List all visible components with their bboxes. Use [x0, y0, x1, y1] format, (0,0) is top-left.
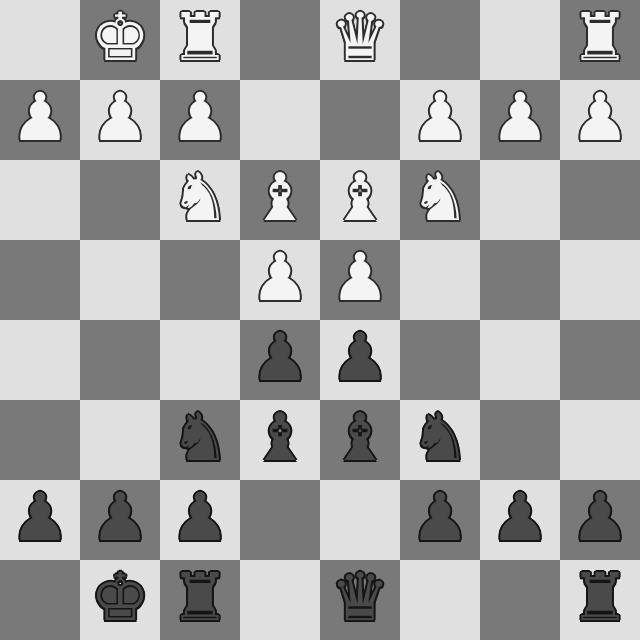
square-c7[interactable]: ♟	[400, 480, 480, 560]
square-d7[interactable]	[320, 480, 400, 560]
square-g6[interactable]	[80, 400, 160, 480]
square-b3[interactable]	[480, 160, 560, 240]
white-pawn[interactable]: ♟	[90, 85, 149, 151]
square-e8[interactable]	[240, 560, 320, 640]
black-rook[interactable]: ♜	[570, 565, 629, 631]
square-g5[interactable]	[80, 320, 160, 400]
square-d3[interactable]: ♝	[320, 160, 400, 240]
square-h7[interactable]: ♟	[0, 480, 80, 560]
square-h4[interactable]	[0, 240, 80, 320]
square-f2[interactable]: ♟	[160, 80, 240, 160]
square-d5[interactable]: ♟	[320, 320, 400, 400]
square-a4[interactable]	[560, 240, 640, 320]
white-pawn[interactable]: ♟	[330, 245, 389, 311]
white-bishop[interactable]: ♝	[330, 165, 389, 231]
square-d8[interactable]: ♛	[320, 560, 400, 640]
black-pawn[interactable]: ♟	[570, 485, 629, 551]
white-king[interactable]: ♚	[90, 5, 149, 71]
square-h2[interactable]: ♟	[0, 80, 80, 160]
square-d6[interactable]: ♝	[320, 400, 400, 480]
square-f1[interactable]: ♜	[160, 0, 240, 80]
square-g1[interactable]: ♚	[80, 0, 160, 80]
square-g7[interactable]: ♟	[80, 480, 160, 560]
square-c5[interactable]	[400, 320, 480, 400]
square-e6[interactable]: ♝	[240, 400, 320, 480]
square-h3[interactable]	[0, 160, 80, 240]
square-e5[interactable]: ♟	[240, 320, 320, 400]
square-e3[interactable]: ♝	[240, 160, 320, 240]
square-c2[interactable]: ♟	[400, 80, 480, 160]
square-h1[interactable]	[0, 0, 80, 80]
square-g4[interactable]	[80, 240, 160, 320]
black-pawn[interactable]: ♟	[330, 325, 389, 391]
square-c3[interactable]: ♞	[400, 160, 480, 240]
square-g8[interactable]: ♚	[80, 560, 160, 640]
square-b1[interactable]	[480, 0, 560, 80]
black-knight[interactable]: ♞	[410, 405, 469, 471]
square-d4[interactable]: ♟	[320, 240, 400, 320]
square-a6[interactable]	[560, 400, 640, 480]
black-bishop[interactable]: ♝	[250, 405, 309, 471]
white-pawn[interactable]: ♟	[410, 85, 469, 151]
square-a3[interactable]	[560, 160, 640, 240]
white-knight[interactable]: ♞	[410, 165, 469, 231]
white-rook[interactable]: ♜	[170, 5, 229, 71]
black-king[interactable]: ♚	[90, 565, 149, 631]
white-knight[interactable]: ♞	[170, 165, 229, 231]
white-pawn[interactable]: ♟	[490, 85, 549, 151]
square-c4[interactable]	[400, 240, 480, 320]
square-g2[interactable]: ♟	[80, 80, 160, 160]
black-pawn[interactable]: ♟	[170, 485, 229, 551]
square-d2[interactable]	[320, 80, 400, 160]
black-rook[interactable]: ♜	[170, 565, 229, 631]
square-e4[interactable]: ♟	[240, 240, 320, 320]
square-a1[interactable]: ♜	[560, 0, 640, 80]
black-pawn[interactable]: ♟	[490, 485, 549, 551]
white-pawn[interactable]: ♟	[170, 85, 229, 151]
square-a7[interactable]: ♟	[560, 480, 640, 560]
black-pawn[interactable]: ♟	[90, 485, 149, 551]
square-f6[interactable]: ♞	[160, 400, 240, 480]
white-pawn[interactable]: ♟	[250, 245, 309, 311]
square-e1[interactable]	[240, 0, 320, 80]
square-e2[interactable]	[240, 80, 320, 160]
black-pawn[interactable]: ♟	[250, 325, 309, 391]
square-b8[interactable]	[480, 560, 560, 640]
square-h5[interactable]	[0, 320, 80, 400]
square-f7[interactable]: ♟	[160, 480, 240, 560]
square-g3[interactable]	[80, 160, 160, 240]
square-c6[interactable]: ♞	[400, 400, 480, 480]
square-e7[interactable]	[240, 480, 320, 560]
square-h6[interactable]	[0, 400, 80, 480]
square-b2[interactable]: ♟	[480, 80, 560, 160]
square-c8[interactable]	[400, 560, 480, 640]
square-b6[interactable]	[480, 400, 560, 480]
white-bishop[interactable]: ♝	[250, 165, 309, 231]
square-a2[interactable]: ♟	[560, 80, 640, 160]
black-queen[interactable]: ♛	[330, 565, 389, 631]
square-b7[interactable]: ♟	[480, 480, 560, 560]
black-pawn[interactable]: ♟	[410, 485, 469, 551]
square-h8[interactable]	[0, 560, 80, 640]
white-pawn[interactable]: ♟	[10, 85, 69, 151]
square-b4[interactable]	[480, 240, 560, 320]
white-pawn[interactable]: ♟	[570, 85, 629, 151]
square-c1[interactable]	[400, 0, 480, 80]
black-knight[interactable]: ♞	[170, 405, 229, 471]
square-d1[interactable]: ♛	[320, 0, 400, 80]
square-b5[interactable]	[480, 320, 560, 400]
square-f4[interactable]	[160, 240, 240, 320]
black-bishop[interactable]: ♝	[330, 405, 389, 471]
square-f3[interactable]: ♞	[160, 160, 240, 240]
white-queen[interactable]: ♛	[330, 5, 389, 71]
square-a8[interactable]: ♜	[560, 560, 640, 640]
black-pawn[interactable]: ♟	[10, 485, 69, 551]
square-a5[interactable]	[560, 320, 640, 400]
square-f5[interactable]	[160, 320, 240, 400]
square-f8[interactable]: ♜	[160, 560, 240, 640]
chess-board: ♚♜♛♜♟♟♟♟♟♟♞♝♝♞♟♟♟♟♞♝♝♞♟♟♟♟♟♟♚♜♛♜	[0, 0, 640, 640]
white-rook[interactable]: ♜	[570, 5, 629, 71]
